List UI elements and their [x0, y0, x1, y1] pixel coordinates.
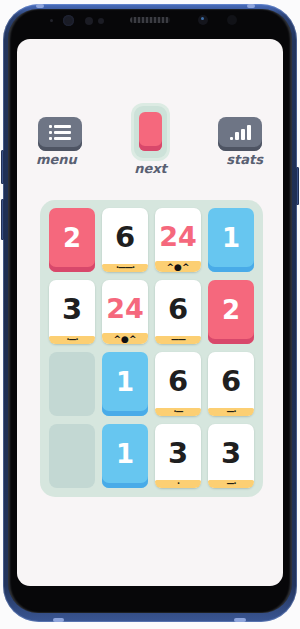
antenna-line [36, 4, 44, 8]
next-label: next [131, 161, 170, 176]
sensor-dot [98, 18, 104, 24]
proximity-sensor [50, 19, 53, 22]
tile-face: ·— [155, 408, 201, 416]
tile-value: 6 [221, 367, 241, 402]
tile-6[interactable]: 6·——· [102, 208, 148, 272]
tile-value: 6 [168, 367, 188, 402]
power-button [296, 167, 299, 205]
tile-6[interactable]: 6·— [155, 352, 201, 416]
antenna-line [53, 618, 64, 622]
tile-value: 1 [222, 225, 240, 255]
board-grid[interactable]: 26·——·24^●^13·—·24^●^6——216·—6—·13·3—· [40, 200, 263, 497]
menu-label: menu [36, 152, 82, 167]
tile-3[interactable]: 3—· [208, 424, 254, 488]
tile-3[interactable]: 3·—· [49, 280, 95, 344]
tile-value: 1 [116, 369, 134, 399]
tile-value: 3 [168, 439, 188, 474]
tile-face: —· [208, 408, 254, 416]
stats-button[interactable] [218, 117, 262, 151]
menu-list-icon [49, 125, 71, 140]
tile-value: 6 [168, 295, 188, 330]
menu-button[interactable] [38, 117, 82, 151]
assistant-button [1, 199, 4, 240]
sensor-dot [85, 17, 93, 25]
tile-6[interactable]: 6—— [155, 280, 201, 344]
tile-3[interactable]: 3· [155, 424, 201, 488]
next-card-pink [139, 112, 162, 151]
tile-face: —— [155, 336, 201, 344]
tile-1[interactable]: 1 [102, 424, 148, 488]
tile-value: 6 [115, 223, 135, 258]
tile-2[interactable]: 2 [208, 280, 254, 344]
volume-button [1, 150, 4, 184]
tile-value: 2 [63, 225, 81, 255]
tile-24[interactable]: 24^●^ [102, 280, 148, 344]
tile-value: 3 [221, 439, 241, 474]
empty-cell [49, 424, 95, 488]
tile-2[interactable]: 2 [49, 208, 95, 272]
antenna-line [247, 4, 255, 8]
tile-value: 24 [159, 223, 197, 258]
earpiece-speaker [130, 17, 170, 23]
tile-1[interactable]: 1 [102, 352, 148, 416]
next-card-preview [131, 103, 170, 161]
tile-value: 1 [116, 441, 134, 471]
bar-chart-icon [230, 125, 251, 140]
tile-face: ·—· [49, 336, 95, 344]
tile-value: 24 [106, 295, 144, 330]
empty-cell [49, 352, 95, 416]
tile-1[interactable]: 1 [208, 208, 254, 272]
antenna-line [234, 618, 246, 622]
sensor-dot [227, 15, 237, 25]
tile-face: ^●^ [102, 333, 148, 344]
tile-6[interactable]: 6—· [208, 352, 254, 416]
screenshot: menu next stats 26·——·24^●^13·—·24^●^6——… [0, 0, 300, 629]
tile-face: · [155, 480, 201, 488]
tile-value: 2 [222, 297, 240, 327]
tile-face: —· [208, 480, 254, 488]
stats-label: stats [217, 152, 263, 167]
game-screen: menu next stats 26·——·24^●^13·—·24^●^6——… [17, 39, 283, 586]
tile-value: 3 [62, 295, 82, 330]
camera-glint [201, 17, 204, 20]
tile-24[interactable]: 24^●^ [155, 208, 201, 272]
iris-camera [63, 15, 74, 26]
tile-face: ^●^ [155, 261, 201, 272]
front-camera [198, 15, 208, 25]
tile-face: ·——· [102, 264, 148, 272]
